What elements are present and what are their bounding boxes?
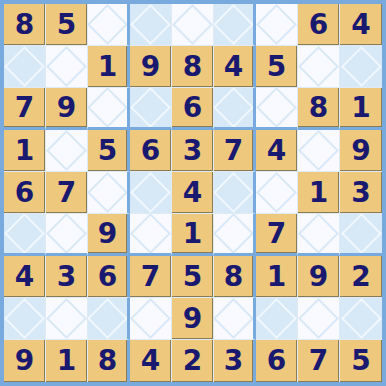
sudoku-board: 8564198457968115637496741391743675819299…	[0, 0, 386, 386]
cell-r5c7[interactable]	[256, 172, 298, 214]
cell-r5c5[interactable]: 4	[172, 172, 214, 214]
diamond-outline-icon	[46, 214, 87, 254]
diamond-outline-icon	[256, 88, 297, 128]
cell-r7c6[interactable]: 8	[214, 256, 256, 298]
cell-r6c8[interactable]	[298, 214, 340, 256]
cell-r3c3[interactable]	[88, 88, 130, 130]
cell-r2c7[interactable]: 5	[256, 46, 298, 88]
cell-r1c9[interactable]: 4	[340, 4, 382, 46]
cell-r6c3[interactable]: 9	[88, 214, 130, 256]
cell-r3c6[interactable]	[214, 88, 256, 130]
cell-r9c5[interactable]: 2	[172, 340, 214, 382]
cell-r1c2[interactable]: 5	[46, 4, 88, 46]
cell-r2c2[interactable]	[46, 46, 88, 88]
cell-r5c9[interactable]: 3	[340, 172, 382, 214]
cell-r4c1[interactable]: 1	[4, 130, 46, 172]
cell-r5c4[interactable]	[130, 172, 172, 214]
diamond-outline-icon	[298, 46, 339, 87]
diamond-outline-icon	[46, 130, 87, 171]
cell-r1c1[interactable]: 8	[4, 4, 46, 46]
cell-r5c2[interactable]: 7	[46, 172, 88, 214]
cell-r5c3[interactable]	[88, 172, 130, 214]
diamond-outline-icon	[256, 172, 297, 213]
cell-r9c1[interactable]: 9	[4, 340, 46, 382]
cell-r7c4[interactable]: 7	[130, 256, 172, 298]
cell-r7c1[interactable]: 4	[4, 256, 46, 298]
cell-r7c5[interactable]: 5	[172, 256, 214, 298]
cell-r8c5[interactable]: 9	[172, 298, 214, 340]
diamond-outline-icon	[256, 298, 297, 339]
cell-r7c7[interactable]: 1	[256, 256, 298, 298]
diamond-outline-icon	[46, 46, 87, 87]
cell-r9c4[interactable]: 4	[130, 340, 172, 382]
cell-r3c2[interactable]: 9	[46, 88, 88, 130]
cell-r5c6[interactable]	[214, 172, 256, 214]
diamond-outline-icon	[4, 214, 45, 254]
diamond-outline-icon	[130, 298, 171, 339]
cell-r4c8[interactable]	[298, 130, 340, 172]
cell-r6c5[interactable]: 1	[172, 214, 214, 256]
cell-r4c7[interactable]: 4	[256, 130, 298, 172]
diamond-outline-icon	[130, 214, 171, 254]
cell-r6c9[interactable]	[340, 214, 382, 256]
cell-r5c1[interactable]: 6	[4, 172, 46, 214]
cell-r1c3[interactable]	[88, 4, 130, 46]
diamond-outline-icon	[214, 88, 254, 128]
cell-r3c9[interactable]: 1	[340, 88, 382, 130]
cell-r2c9[interactable]	[340, 46, 382, 88]
diamond-outline-icon	[298, 130, 339, 171]
cell-r6c1[interactable]	[4, 214, 46, 256]
cell-r1c5[interactable]	[172, 4, 214, 46]
cell-r4c9[interactable]: 9	[340, 130, 382, 172]
cell-r6c2[interactable]	[46, 214, 88, 256]
cell-r9c9[interactable]: 5	[340, 340, 382, 382]
cell-r1c4[interactable]	[130, 4, 172, 46]
cell-r2c6[interactable]: 4	[214, 46, 256, 88]
cell-r7c3[interactable]: 6	[88, 256, 130, 298]
diamond-outline-icon	[214, 4, 254, 45]
cell-r9c2[interactable]: 1	[46, 340, 88, 382]
cell-r3c5[interactable]: 6	[172, 88, 214, 130]
cell-r2c4[interactable]: 9	[130, 46, 172, 88]
diamond-outline-icon	[88, 88, 128, 128]
diamond-outline-icon	[340, 46, 381, 87]
cell-r8c6[interactable]	[214, 298, 256, 340]
cell-r7c8[interactable]: 9	[298, 256, 340, 298]
diamond-outline-icon	[4, 298, 45, 339]
cell-r9c7[interactable]: 6	[256, 340, 298, 382]
cell-r8c8[interactable]	[298, 298, 340, 340]
cell-r4c3[interactable]: 5	[88, 130, 130, 172]
diamond-outline-icon	[298, 298, 339, 339]
cell-r9c3[interactable]: 8	[88, 340, 130, 382]
diamond-outline-icon	[46, 298, 87, 339]
cell-r2c1[interactable]	[4, 46, 46, 88]
cell-r3c1[interactable]: 7	[4, 88, 46, 130]
cell-r4c6[interactable]: 7	[214, 130, 256, 172]
cell-r6c6[interactable]	[214, 214, 256, 256]
cell-r4c5[interactable]: 3	[172, 130, 214, 172]
cell-r8c4[interactable]	[130, 298, 172, 340]
cell-r3c8[interactable]: 8	[298, 88, 340, 130]
cell-r6c7[interactable]: 7	[256, 214, 298, 256]
cell-r6c4[interactable]	[130, 214, 172, 256]
cell-r8c1[interactable]	[4, 298, 46, 340]
cell-r2c5[interactable]: 8	[172, 46, 214, 88]
diamond-outline-icon	[340, 298, 381, 339]
cell-r8c3[interactable]	[88, 298, 130, 340]
diamond-outline-icon	[256, 4, 297, 45]
diamond-outline-icon	[298, 214, 339, 254]
cell-r9c8[interactable]: 7	[298, 340, 340, 382]
diamond-outline-icon	[130, 172, 171, 213]
diamond-outline-icon	[214, 214, 254, 254]
cell-r7c2[interactable]: 3	[46, 256, 88, 298]
cell-r1c6[interactable]	[214, 4, 256, 46]
cell-r4c4[interactable]: 6	[130, 130, 172, 172]
cell-r2c3[interactable]: 1	[88, 46, 130, 88]
cell-r8c9[interactable]	[340, 298, 382, 340]
diamond-outline-icon	[88, 298, 128, 339]
diamond-outline-icon	[340, 214, 381, 254]
cell-r1c8[interactable]: 6	[298, 4, 340, 46]
diamond-outline-icon	[214, 172, 254, 213]
diamond-outline-icon	[214, 298, 254, 339]
cell-r2c8[interactable]	[298, 46, 340, 88]
diamond-outline-icon	[172, 4, 213, 45]
diamond-outline-icon	[88, 4, 128, 45]
cell-r8c2[interactable]	[46, 298, 88, 340]
diamond-outline-icon	[130, 88, 171, 128]
cell-r7c9[interactable]: 2	[340, 256, 382, 298]
cell-r3c7[interactable]	[256, 88, 298, 130]
cell-r5c8[interactable]: 1	[298, 172, 340, 214]
cell-r9c6[interactable]: 3	[214, 340, 256, 382]
cell-r8c7[interactable]	[256, 298, 298, 340]
diamond-outline-icon	[4, 46, 45, 87]
cell-r4c2[interactable]	[46, 130, 88, 172]
diamond-outline-icon	[130, 4, 171, 45]
cell-r3c4[interactable]	[130, 88, 172, 130]
cell-r1c7[interactable]	[256, 4, 298, 46]
diamond-outline-icon	[88, 172, 128, 213]
